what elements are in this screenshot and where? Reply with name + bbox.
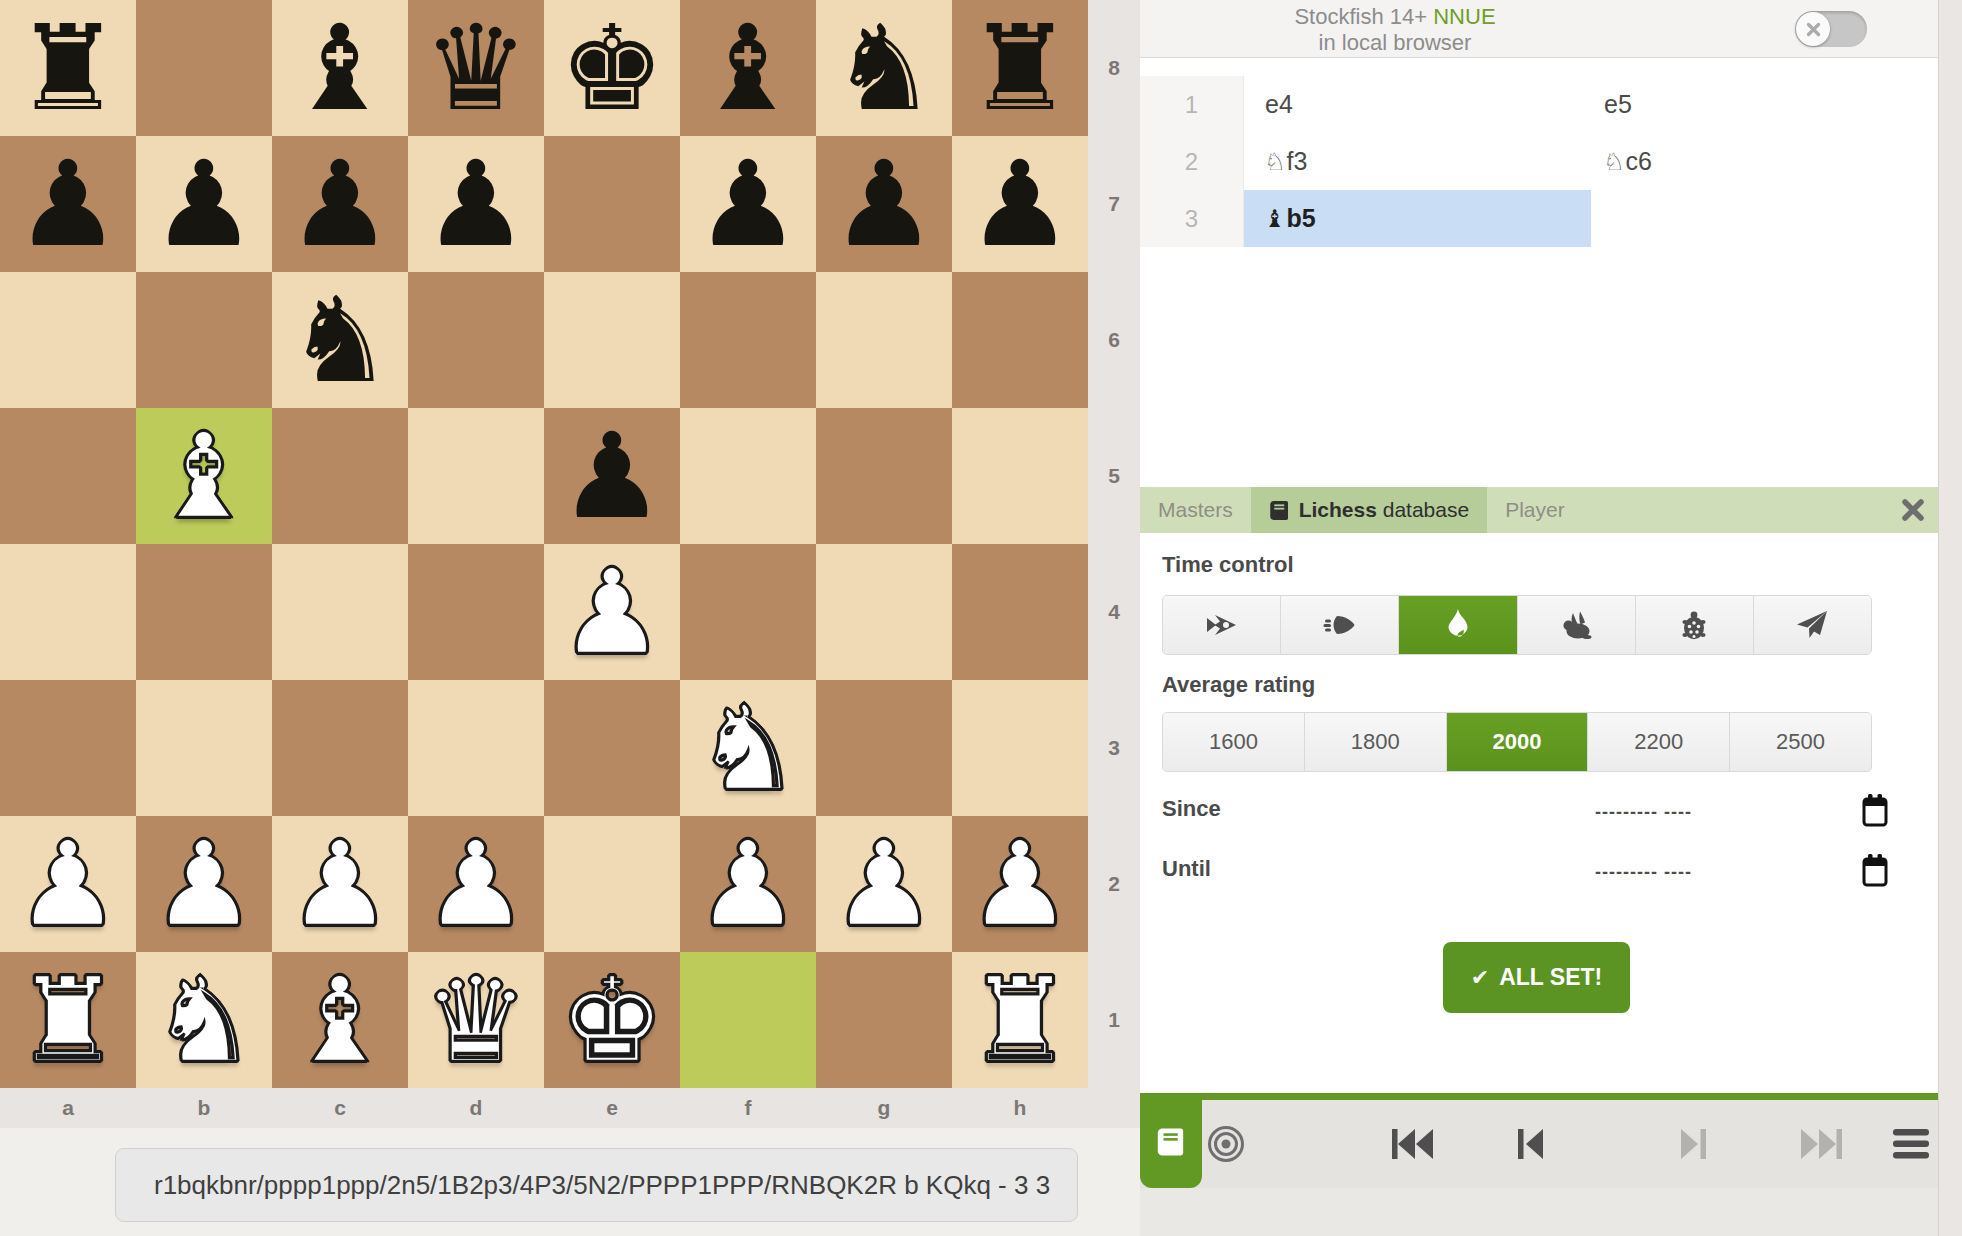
piece-black-bishop[interactable]: ♝	[680, 0, 816, 136]
close-explorer-icon[interactable]	[1902, 499, 1924, 521]
page-gutter	[1939, 0, 1962, 1236]
rank-label-5: 5	[1088, 408, 1140, 544]
rank-label-7: 7	[1088, 136, 1140, 272]
square-e6[interactable]	[544, 272, 680, 408]
piece-white-knight[interactable]: ♞	[136, 952, 272, 1088]
square-a4[interactable]	[0, 544, 136, 680]
file-label-f: f	[680, 1088, 816, 1128]
piece-black-rook[interactable]: ♜	[952, 0, 1088, 136]
square-h4[interactable]	[952, 544, 1088, 680]
piece-black-pawn[interactable]: ♟	[0, 136, 136, 272]
rating-1600-button[interactable]: 1600	[1163, 713, 1305, 771]
go-first-button[interactable]	[1390, 1126, 1436, 1162]
piece-white-bishop[interactable]: ♝	[272, 952, 408, 1088]
move-2-white[interactable]: ♘f3	[1244, 133, 1591, 190]
rank-coordinates: 87654321	[1088, 0, 1140, 1088]
square-g3[interactable]	[816, 680, 952, 816]
file-label-c: c	[272, 1088, 408, 1128]
opening-book-button[interactable]	[1140, 1095, 1202, 1188]
square-d4[interactable]	[408, 544, 544, 680]
piece-black-rook[interactable]: ♜	[0, 0, 136, 136]
square-c7[interactable]: ♟	[272, 136, 408, 272]
since-value[interactable]: --------- ----	[1595, 802, 1692, 823]
rank-label-8: 8	[1088, 0, 1140, 136]
piece-white-pawn[interactable]: ♟	[272, 816, 408, 952]
piece-black-pawn[interactable]: ♟	[816, 136, 952, 272]
square-f5[interactable]	[680, 408, 816, 544]
square-b2[interactable]: ♟	[136, 816, 272, 952]
engine-nnue-badge: NNUE	[1433, 4, 1495, 29]
square-c6[interactable]: ♞	[272, 272, 408, 408]
square-d1[interactable]: ♛	[408, 952, 544, 1088]
square-a2[interactable]: ♟	[0, 816, 136, 952]
square-d6[interactable]	[408, 272, 544, 408]
piece-white-rook[interactable]: ♜	[0, 952, 136, 1088]
time-bullet-button[interactable]	[1281, 596, 1399, 654]
square-d7[interactable]: ♟	[408, 136, 544, 272]
file-label-h: h	[952, 1088, 1088, 1128]
square-b1[interactable]: ♞	[136, 952, 272, 1088]
square-g6[interactable]	[816, 272, 952, 408]
square-c1[interactable]: ♝	[272, 952, 408, 1088]
piece-black-pawn[interactable]: ♟	[136, 136, 272, 272]
square-b3[interactable]	[136, 680, 272, 816]
rank-label-3: 3	[1088, 680, 1140, 816]
until-label: Until	[1162, 856, 1211, 882]
square-g1[interactable]	[816, 952, 952, 1088]
square-f8[interactable]: ♝	[680, 0, 816, 136]
square-h5[interactable]	[952, 408, 1088, 544]
piece-black-pawn[interactable]: ♟	[408, 136, 544, 272]
tab-player[interactable]: Player	[1487, 487, 1583, 533]
since-label: Since	[1162, 796, 1221, 822]
move-number: 3	[1140, 190, 1244, 247]
time-blitz-button[interactable]	[1399, 596, 1517, 654]
until-calendar-icon[interactable]	[1862, 854, 1888, 888]
engine-title: Stockfish 14+ NNUE in local browser	[1200, 4, 1590, 56]
piece-black-knight[interactable]: ♞	[816, 0, 952, 136]
square-e8[interactable]: ♚	[544, 0, 680, 136]
square-b7[interactable]: ♟	[136, 136, 272, 272]
square-c8[interactable]: ♝	[272, 0, 408, 136]
piece-black-knight[interactable]: ♞	[272, 272, 408, 408]
book-icon	[1269, 500, 1290, 521]
square-h8[interactable]: ♜	[952, 0, 1088, 136]
analysis-panel: Stockfish 14+ NNUE in local browser 1 e4…	[1140, 0, 1939, 1236]
square-h3[interactable]	[952, 680, 1088, 816]
file-label-a: a	[0, 1088, 136, 1128]
square-f6[interactable]	[680, 272, 816, 408]
explorer-tab-bar: Masters Lichess database Player	[1140, 487, 1938, 533]
square-a7[interactable]: ♟	[0, 136, 136, 272]
square-a1[interactable]: ♜	[0, 952, 136, 1088]
square-d5[interactable]	[408, 408, 544, 544]
time-correspondence-button[interactable]	[1754, 596, 1871, 654]
square-g4[interactable]	[816, 544, 952, 680]
piece-white-king[interactable]: ♚	[544, 952, 680, 1088]
file-coordinates: abcdefgh	[0, 1088, 1140, 1128]
file-label-e: e	[544, 1088, 680, 1128]
rating-2500-button[interactable]: 2500	[1730, 713, 1871, 771]
rank-label-1: 1	[1088, 952, 1140, 1088]
square-b5[interactable]: ♝	[136, 408, 272, 544]
move-3-black	[1591, 190, 1938, 247]
bullet-icon	[1323, 612, 1357, 638]
square-d3[interactable]	[408, 680, 544, 816]
square-c5[interactable]	[272, 408, 408, 544]
move-row-1: 1 e4 e5	[1140, 76, 1938, 133]
fen-input[interactable]	[115, 1148, 1078, 1222]
square-h2[interactable]: ♟	[952, 816, 1088, 952]
square-a5[interactable]	[0, 408, 136, 544]
rating-1800-button[interactable]: 1800	[1305, 713, 1447, 771]
tab-lichess-database[interactable]: Lichess database	[1251, 487, 1487, 533]
square-h6[interactable]	[952, 272, 1088, 408]
square-c2[interactable]: ♟	[272, 816, 408, 952]
piece-black-king[interactable]: ♚	[544, 0, 680, 136]
piece-white-bishop[interactable]: ♝	[136, 408, 272, 544]
engine-toggle[interactable]	[1795, 11, 1867, 47]
piece-white-pawn[interactable]: ♟	[136, 816, 272, 952]
move-2-black[interactable]: ♘c6	[1591, 133, 1938, 190]
average-rating-label: Average rating	[1162, 672, 1315, 698]
move-number: 2	[1140, 133, 1244, 190]
file-label-b: b	[136, 1088, 272, 1128]
move-list: 1 e4 e5 2 ♘f3 ♘c6 3 ♝b5	[1140, 58, 1938, 247]
piece-white-pawn[interactable]: ♟	[680, 816, 816, 952]
piece-black-pawn[interactable]: ♟	[952, 136, 1088, 272]
time-control-label: Time control	[1162, 552, 1294, 578]
square-g8[interactable]: ♞	[816, 0, 952, 136]
square-f3[interactable]: ♞	[680, 680, 816, 816]
correspondence-paper-plane-icon	[1796, 610, 1828, 640]
square-g2[interactable]: ♟	[816, 816, 952, 952]
tab-masters[interactable]: Masters	[1140, 487, 1251, 533]
rank-label-4: 4	[1088, 544, 1140, 680]
move-1-black[interactable]: e5	[1591, 76, 1938, 133]
ultrabullet-icon	[1205, 612, 1239, 638]
time-ultrabullet-button[interactable]	[1163, 596, 1281, 654]
practice-target-icon[interactable]	[1206, 1124, 1246, 1164]
time-rapid-button[interactable]	[1518, 596, 1636, 654]
square-d8[interactable]: ♛	[408, 0, 544, 136]
square-f1[interactable]	[680, 952, 816, 1088]
rapid-rabbit-icon	[1560, 611, 1592, 639]
go-last-button[interactable]	[1798, 1126, 1844, 1162]
analysis-progress-bar	[1140, 1093, 1938, 1100]
go-next-button[interactable]	[1678, 1126, 1708, 1162]
move-number: 1	[1140, 76, 1244, 133]
square-h7[interactable]: ♟	[952, 136, 1088, 272]
rating-2200-button[interactable]: 2200	[1588, 713, 1730, 771]
square-h1[interactable]: ♜	[952, 952, 1088, 1088]
square-d2[interactable]: ♟	[408, 816, 544, 952]
piece-black-queen[interactable]: ♛	[408, 0, 544, 136]
chess-board[interactable]: ♜♝♛♚♝♞♜♟♟♟♟♟♟♟♞♝♟♟♞♟♟♟♟♟♟♟♜♞♝♛♚♜	[0, 0, 1088, 1088]
piece-black-pawn[interactable]: ♟	[272, 136, 408, 272]
blitz-flame-icon	[1446, 609, 1470, 641]
piece-white-pawn[interactable]: ♟	[544, 544, 680, 680]
menu-hamburger-icon[interactable]	[1892, 1127, 1930, 1161]
time-control-group	[1162, 595, 1872, 655]
engine-header: Stockfish 14+ NNUE in local browser	[1140, 0, 1938, 58]
engine-subtitle: in local browser	[1200, 30, 1590, 56]
average-rating-group: 1600 1800 2000 2200 2500	[1162, 712, 1872, 772]
square-a8[interactable]: ♜	[0, 0, 136, 136]
check-icon: ✔	[1471, 965, 1489, 990]
knight-letter-glyph: ♘	[1264, 148, 1286, 176]
piece-black-bishop[interactable]: ♝	[272, 0, 408, 136]
file-label-d: d	[408, 1088, 544, 1128]
bishop-letter-glyph: ♝	[1264, 205, 1286, 233]
go-previous-button[interactable]	[1516, 1126, 1546, 1162]
rating-2000-button[interactable]: 2000	[1447, 713, 1589, 771]
square-b6[interactable]	[136, 272, 272, 408]
square-b8[interactable]	[136, 0, 272, 136]
since-calendar-icon[interactable]	[1862, 794, 1888, 828]
square-g5[interactable]	[816, 408, 952, 544]
square-a3[interactable]	[0, 680, 136, 816]
classical-turtle-icon	[1680, 609, 1708, 641]
time-classical-button[interactable]	[1636, 596, 1754, 654]
book-icon	[1156, 1126, 1186, 1158]
toolbar-footer	[1140, 1188, 1938, 1236]
square-e4[interactable]: ♟	[544, 544, 680, 680]
knight-letter-glyph: ♘	[1603, 148, 1625, 176]
all-set-button[interactable]: ✔ ALL SET!	[1443, 942, 1630, 1013]
square-e3[interactable]	[544, 680, 680, 816]
engine-name: Stockfish 14+	[1294, 4, 1427, 29]
toggle-off-x-icon	[1806, 22, 1821, 37]
piece-white-pawn[interactable]: ♟	[816, 816, 952, 952]
square-f7[interactable]: ♟	[680, 136, 816, 272]
square-c3[interactable]	[272, 680, 408, 816]
engine-toggle-knob	[1796, 12, 1830, 46]
rank-label-2: 2	[1088, 816, 1140, 952]
square-e5[interactable]: ♟	[544, 408, 680, 544]
piece-white-rook[interactable]: ♜	[952, 952, 1088, 1088]
square-g7[interactable]: ♟	[816, 136, 952, 272]
file-label-g: g	[816, 1088, 952, 1128]
rank-label-6: 6	[1088, 272, 1140, 408]
piece-white-pawn[interactable]: ♟	[952, 816, 1088, 952]
square-e7[interactable]	[544, 136, 680, 272]
move-1-white[interactable]: e4	[1244, 76, 1591, 133]
piece-white-knight[interactable]: ♞	[680, 680, 816, 816]
piece-black-pawn[interactable]: ♟	[680, 136, 816, 272]
piece-white-pawn[interactable]: ♟	[0, 816, 136, 952]
move-row-3: 3 ♝b5	[1140, 190, 1938, 247]
square-e1[interactable]: ♚	[544, 952, 680, 1088]
piece-black-pawn[interactable]: ♟	[544, 408, 680, 544]
square-f4[interactable]	[680, 544, 816, 680]
square-e2[interactable]	[544, 816, 680, 952]
square-b4[interactable]	[136, 544, 272, 680]
move-row-2: 2 ♘f3 ♘c6	[1140, 133, 1938, 190]
piece-white-pawn[interactable]: ♟	[408, 816, 544, 952]
until-value[interactable]: --------- ----	[1595, 862, 1692, 883]
square-a6[interactable]	[0, 272, 136, 408]
square-f2[interactable]: ♟	[680, 816, 816, 952]
square-c4[interactable]	[272, 544, 408, 680]
piece-white-queen[interactable]: ♛	[408, 952, 544, 1088]
move-3-white-current[interactable]: ♝b5	[1244, 190, 1591, 247]
